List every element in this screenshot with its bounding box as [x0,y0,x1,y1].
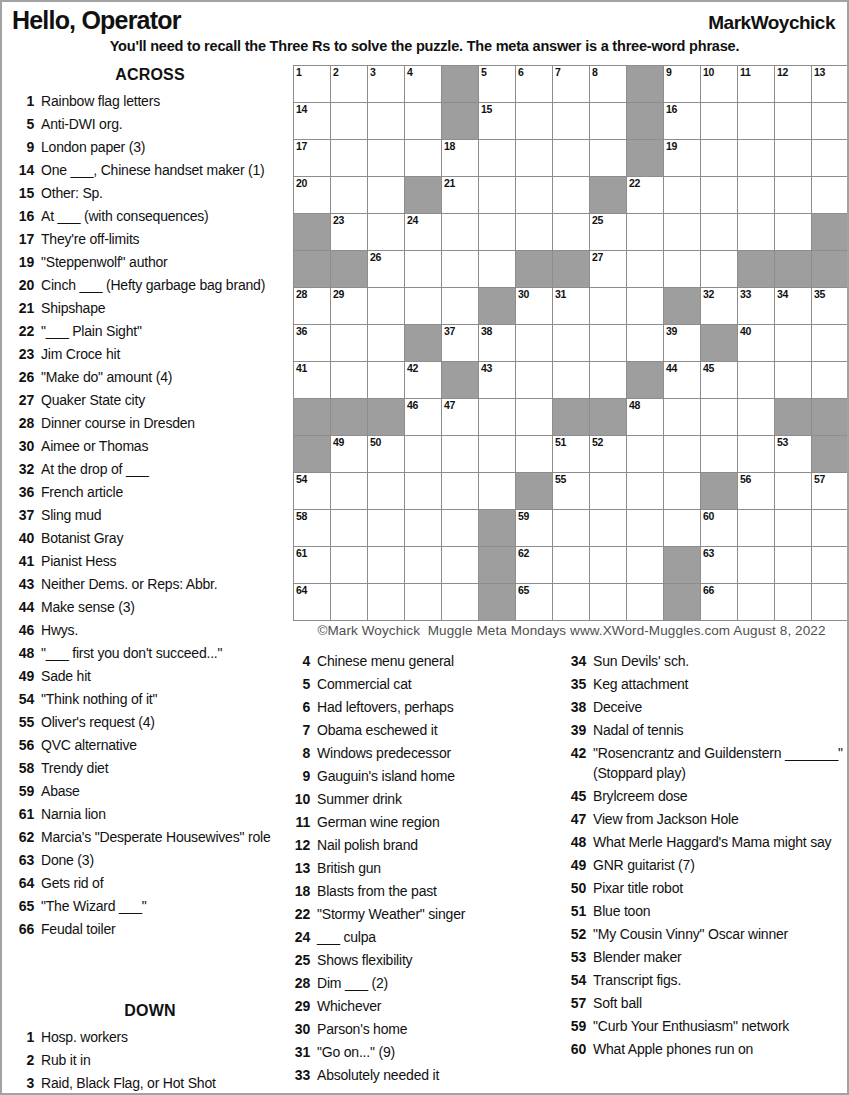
clue-text: Cinch ___ (Hefty garbage bag brand) [41,275,290,295]
cell-r9c6[interactable]: 43 [479,362,515,398]
cell-r1c7[interactable]: 6 [516,66,552,102]
clue-number: 51 [565,901,586,921]
clue-text: German wine region [317,812,564,832]
clue-across-26: 26"Make do" amount (4) [10,367,290,387]
cell-r5c9[interactable]: 25 [590,214,626,250]
cell-r10c13[interactable] [738,399,774,435]
cell-r4c14[interactable] [775,177,811,213]
cell-r12c13[interactable]: 56 [738,473,774,509]
clue-number: 52 [565,924,586,944]
cell-r12c15[interactable]: 57 [812,473,848,509]
cell-r7c12[interactable]: 32 [701,288,737,324]
cell-r2c12[interactable] [701,103,737,139]
cell-number: 19 [666,140,677,152]
cell-r3c15[interactable] [812,140,848,176]
cell-r8c13[interactable]: 40 [738,325,774,361]
cell-r8c1[interactable]: 36 [294,325,330,361]
cell-r14c8[interactable] [553,547,589,583]
cell-r15c14[interactable] [775,584,811,620]
cell-r11c2[interactable]: 49 [331,436,367,472]
cell-r2c7[interactable] [516,103,552,139]
cell-r15c4[interactable] [405,584,441,620]
down-clue-column-right: 34Sun Devils' sch.35Keg attachment38Dece… [565,651,849,1062]
clue-down-right-35: 35Keg attachment [565,674,849,694]
cell-r9c8[interactable] [553,362,589,398]
cell-r4c12[interactable] [701,177,737,213]
clue-text: At ___ (with consequences) [41,206,290,226]
cell-r15c12[interactable]: 66 [701,584,737,620]
cell-r14c4[interactable] [405,547,441,583]
cell-r1c2[interactable]: 2 [331,66,367,102]
clue-number: 22 [292,904,310,924]
cell-r5c14[interactable] [775,214,811,250]
cell-number: 28 [296,288,307,300]
clue-number: 25 [292,950,310,970]
clue-text: Nail polish brand [317,835,564,855]
cell-r1c6[interactable]: 5 [479,66,515,102]
cell-r9c13[interactable] [738,362,774,398]
clue-across-56: 56QVC alternative [10,735,290,755]
cell-r12c14[interactable] [775,473,811,509]
cell-r4c6[interactable] [479,177,515,213]
cell-number: 64 [296,584,307,596]
cell-r8c7[interactable] [516,325,552,361]
cell-number: 46 [407,399,418,411]
cell-r11c7[interactable] [516,436,552,472]
cell-r5c7[interactable] [516,214,552,250]
cell-r11c3[interactable]: 50 [368,436,404,472]
clue-text: Pianist Hess [41,551,290,571]
cell-r1c1[interactable]: 1 [294,66,330,102]
clue-down-right-45: 45Brylcreem dose [565,786,849,806]
cell-r1c14[interactable]: 12 [775,66,811,102]
cell-r8c6[interactable]: 38 [479,325,515,361]
clue-across-9: 9London paper (3) [10,137,290,157]
cell-r2c3[interactable] [368,103,404,139]
cell-r7c8[interactable]: 31 [553,288,589,324]
clue-number: 19 [10,252,34,272]
cell-number: 33 [740,288,751,300]
cell-r11c8[interactable]: 51 [553,436,589,472]
block-r10c3 [368,399,404,435]
cell-r6c3[interactable]: 26 [368,251,404,287]
cell-r4c10[interactable]: 22 [627,177,663,213]
clue-down-middle-5: 5Commercial cat [292,674,564,694]
cell-r1c4[interactable]: 4 [405,66,441,102]
cell-r3c12[interactable] [701,140,737,176]
cell-r3c13[interactable] [738,140,774,176]
cell-r14c5[interactable] [442,547,478,583]
cell-r11c6[interactable] [479,436,515,472]
cell-r7c14[interactable]: 34 [775,288,811,324]
cell-number: 57 [814,473,825,485]
cell-r4c13[interactable] [738,177,774,213]
cell-r5c10[interactable] [627,214,663,250]
clue-down-left-3: 3Raid, Black Flag, or Hot Shot [10,1073,290,1093]
cell-r3c9[interactable] [590,140,626,176]
cell-r13c9[interactable] [590,510,626,546]
cell-r7c10[interactable] [627,288,663,324]
cell-r7c9[interactable] [590,288,626,324]
clue-text: Dim ___ (2) [317,973,564,993]
cell-r15c7[interactable]: 65 [516,584,552,620]
clue-text: Blasts from the past [317,881,564,901]
clue-number: 30 [10,436,34,456]
cell-r9c4[interactable]: 42 [405,362,441,398]
cell-r9c2[interactable] [331,362,367,398]
clue-down-right-60: 60What Apple phones run on [565,1039,849,1059]
cell-r8c11[interactable]: 39 [664,325,700,361]
cell-number: 35 [814,288,825,300]
clue-text: Commercial cat [317,674,564,694]
cell-r9c12[interactable]: 45 [701,362,737,398]
cell-r1c13[interactable]: 11 [738,66,774,102]
cell-r6c6[interactable] [479,251,515,287]
cell-r9c7[interactable] [516,362,552,398]
clue-text: Nadal of tennis [593,720,849,740]
cell-r2c2[interactable] [331,103,367,139]
cell-r14c1[interactable]: 61 [294,547,330,583]
cell-number: 59 [518,510,529,522]
cell-r13c2[interactable] [331,510,367,546]
clue-text: Blue toon [593,901,849,921]
cell-r15c13[interactable] [738,584,774,620]
clue-down-middle-7: 7Obama eschewed it [292,720,564,740]
cell-r12c1[interactable]: 54 [294,473,330,509]
clue-across-55: 55Oliver's request (4) [10,712,290,732]
cell-number: 12 [777,66,788,78]
cell-r2c13[interactable] [738,103,774,139]
cell-r1c15[interactable]: 13 [812,66,848,102]
cell-r7c7[interactable]: 30 [516,288,552,324]
cell-number: 56 [740,473,751,485]
cell-number: 60 [703,510,714,522]
cell-r6c10[interactable] [627,251,663,287]
cell-r3c7[interactable] [516,140,552,176]
clue-text: "My Cousin Vinny" Oscar winner [593,924,849,944]
clue-number: 2 [10,1050,34,1070]
cell-r14c13[interactable] [738,547,774,583]
cell-r3c2[interactable] [331,140,367,176]
cell-r7c3[interactable] [368,288,404,324]
cell-r2c8[interactable] [553,103,589,139]
clue-across-32: 32At the drop of ___ [10,459,290,479]
cell-r11c10[interactable] [627,436,663,472]
cell-r13c13[interactable] [738,510,774,546]
cell-r10c11[interactable] [664,399,700,435]
cell-number: 51 [555,436,566,448]
clue-across-46: 46Hwys. [10,620,290,640]
cell-r8c10[interactable] [627,325,663,361]
cell-r2c15[interactable] [812,103,848,139]
cell-r5c11[interactable] [664,214,700,250]
cell-r7c4[interactable] [405,288,441,324]
cell-number: 30 [518,288,529,300]
cell-r8c14[interactable] [775,325,811,361]
cell-r14c15[interactable] [812,547,848,583]
cell-r7c5[interactable] [442,288,478,324]
cell-r3c5[interactable]: 18 [442,140,478,176]
clue-number: 63 [10,850,34,870]
cell-r3c6[interactable] [479,140,515,176]
cell-r10c10[interactable]: 48 [627,399,663,435]
cell-r8c3[interactable] [368,325,404,361]
cell-number: 14 [296,103,307,115]
cell-r10c4[interactable]: 46 [405,399,441,435]
cell-r11c14[interactable]: 53 [775,436,811,472]
cell-r4c15[interactable] [812,177,848,213]
clue-number: 60 [565,1039,586,1059]
cell-r2c11[interactable]: 16 [664,103,700,139]
cell-r13c8[interactable] [553,510,589,546]
author-byline: MarkWoychick [708,12,835,34]
cell-r13c14[interactable] [775,510,811,546]
clue-text: What Apple phones run on [593,1039,849,1059]
clue-text: Done (3) [41,850,290,870]
cell-r13c4[interactable] [405,510,441,546]
clue-number: 3 [10,1073,34,1093]
cell-r12c10[interactable] [627,473,663,509]
cell-r13c10[interactable] [627,510,663,546]
clue-text: Anti-DWI org. [41,114,290,134]
clue-number: 31 [292,1042,310,1062]
cell-r12c6[interactable] [479,473,515,509]
meta-instructions: You'll need to recall the Three Rs to so… [2,38,847,54]
cell-r3c14[interactable] [775,140,811,176]
clue-number: 16 [10,206,34,226]
cell-r12c3[interactable] [368,473,404,509]
cell-r12c8[interactable]: 55 [553,473,589,509]
block-r3c10 [627,140,663,176]
cell-r1c3[interactable]: 3 [368,66,404,102]
cell-r15c15[interactable] [812,584,848,620]
cell-r10c6[interactable] [479,399,515,435]
cell-r11c12[interactable] [701,436,737,472]
block-r10c2 [331,399,367,435]
clue-number: 55 [10,712,34,732]
cell-r8c15[interactable] [812,325,848,361]
cell-number: 55 [555,473,566,485]
cell-number: 65 [518,584,529,596]
clue-number: 14 [10,160,34,180]
cell-r4c11[interactable] [664,177,700,213]
cell-r14c10[interactable] [627,547,663,583]
clue-across-48: 48"___ first you don't succeed..." [10,643,290,663]
cell-r8c5[interactable]: 37 [442,325,478,361]
cell-r3c4[interactable] [405,140,441,176]
cell-r8c9[interactable] [590,325,626,361]
clue-text: Aimee or Thomas [41,436,290,456]
down-clue-list-right: 34Sun Devils' sch.35Keg attachment38Dece… [565,651,849,1059]
clue-across-16: 16At ___ (with consequences) [10,206,290,226]
clue-number: 50 [565,878,586,898]
cell-r12c5[interactable] [442,473,478,509]
block-r13c6 [479,510,515,546]
clue-across-59: 59Abase [10,781,290,801]
clue-text: Dinner course in Dresden [41,413,290,433]
cell-r11c11[interactable] [664,436,700,472]
cell-r8c2[interactable] [331,325,367,361]
cell-r5c13[interactable] [738,214,774,250]
cell-r2c1[interactable]: 14 [294,103,330,139]
cell-r5c8[interactable] [553,214,589,250]
cell-r1c12[interactable]: 10 [701,66,737,102]
clue-down-middle-22: 22"Stormy Weather" singer [292,904,564,924]
cell-r1c11[interactable]: 9 [664,66,700,102]
clue-text: "Rosencrantz and Guildenstern _______" (… [593,743,849,783]
cell-r12c4[interactable] [405,473,441,509]
cell-r3c8[interactable] [553,140,589,176]
clue-across-23: 23Jim Croce hit [10,344,290,364]
cell-r7c2[interactable]: 29 [331,288,367,324]
cell-r11c5[interactable] [442,436,478,472]
cell-r15c8[interactable] [553,584,589,620]
cell-r6c12[interactable] [701,251,737,287]
cell-r13c3[interactable] [368,510,404,546]
cell-r6c9[interactable]: 27 [590,251,626,287]
cell-r2c14[interactable] [775,103,811,139]
cell-r5c12[interactable] [701,214,737,250]
clue-number: 17 [10,229,34,249]
clue-number: 54 [565,970,586,990]
cell-r9c15[interactable] [812,362,848,398]
cell-r13c7[interactable]: 59 [516,510,552,546]
down-clue-list-middle: 4Chinese menu general5Commercial cat6Had… [292,651,564,1085]
cell-r9c9[interactable] [590,362,626,398]
cell-r15c9[interactable] [590,584,626,620]
cell-number: 62 [518,547,529,559]
cell-r5c5[interactable] [442,214,478,250]
cell-r14c14[interactable] [775,547,811,583]
cell-r6c5[interactable] [442,251,478,287]
clue-number: 30 [292,1019,310,1039]
cell-r5c6[interactable] [479,214,515,250]
cell-r15c10[interactable] [627,584,663,620]
cell-r9c11[interactable]: 44 [664,362,700,398]
cell-r10c12[interactable] [701,399,737,435]
cell-r15c5[interactable] [442,584,478,620]
clue-number: 33 [292,1065,310,1085]
cell-r7c15[interactable]: 35 [812,288,848,324]
clue-number: 37 [10,505,34,525]
cell-r9c14[interactable] [775,362,811,398]
cell-r9c1[interactable]: 41 [294,362,330,398]
clue-down-middle-13: 13British gun [292,858,564,878]
clue-text: Gauguin's island home [317,766,564,786]
clue-down-left-2: 2Rub it in [10,1050,290,1070]
cell-r14c12[interactable]: 63 [701,547,737,583]
clue-text: "Make do" amount (4) [41,367,290,387]
cell-r11c4[interactable] [405,436,441,472]
clue-text: Keg attachment [593,674,849,694]
clue-across-62: 62Marcia's "Desperate Housewives" role [10,827,290,847]
cell-number: 52 [592,436,603,448]
cell-r14c7[interactable]: 62 [516,547,552,583]
clue-text: Brylcreem dose [593,786,849,806]
cell-r5c4[interactable]: 24 [405,214,441,250]
block-r6c14 [775,251,811,287]
cell-r13c1[interactable]: 58 [294,510,330,546]
cell-r4c1[interactable]: 20 [294,177,330,213]
cell-r4c3[interactable] [368,177,404,213]
cell-r9c3[interactable] [368,362,404,398]
clue-number: 5 [292,674,310,694]
cell-r6c4[interactable] [405,251,441,287]
cell-r12c11[interactable] [664,473,700,509]
clue-across-36: 36French article [10,482,290,502]
cell-r7c13[interactable]: 33 [738,288,774,324]
clue-text: Abase [41,781,290,801]
cell-number: 4 [407,66,413,78]
cell-r4c7[interactable] [516,177,552,213]
cell-r4c2[interactable] [331,177,367,213]
clue-number: 49 [565,855,586,875]
clue-text: Raid, Black Flag, or Hot Shot [41,1073,290,1093]
cell-number: 26 [370,251,381,263]
clue-down-right-59: 59"Curb Your Enthusiasm" network [565,1016,849,1036]
cell-r14c3[interactable] [368,547,404,583]
clue-number: 38 [565,697,586,717]
cell-r15c3[interactable] [368,584,404,620]
cell-r14c2[interactable] [331,547,367,583]
cell-r5c2[interactable]: 23 [331,214,367,250]
cell-r11c9[interactable]: 52 [590,436,626,472]
clue-across-14: 14One ___, Chinese handset maker (1) [10,160,290,180]
cell-r10c7[interactable] [516,399,552,435]
cell-r2c4[interactable] [405,103,441,139]
cell-r11c13[interactable] [738,436,774,472]
cell-r1c9[interactable]: 8 [590,66,626,102]
clue-text: Chinese menu general [317,651,564,671]
cell-r13c15[interactable] [812,510,848,546]
clue-number: 9 [10,137,34,157]
cell-r15c1[interactable]: 64 [294,584,330,620]
cell-r14c9[interactable] [590,547,626,583]
cell-r12c9[interactable] [590,473,626,509]
cell-r3c1[interactable]: 17 [294,140,330,176]
cell-r4c8[interactable] [553,177,589,213]
clue-number: 22 [10,321,34,341]
clue-number: 66 [10,919,34,939]
clue-text: They're off-limits [41,229,290,249]
cell-r12c2[interactable] [331,473,367,509]
cell-r1c8[interactable]: 7 [553,66,589,102]
cell-r7c1[interactable]: 28 [294,288,330,324]
cell-r3c11[interactable]: 19 [664,140,700,176]
cell-r13c5[interactable] [442,510,478,546]
cell-r13c11[interactable] [664,510,700,546]
cell-number: 5 [481,66,487,78]
cell-number: 2 [333,66,339,78]
cell-r3c3[interactable] [368,140,404,176]
clue-number: 61 [10,804,34,824]
cell-r13c12[interactable]: 60 [701,510,737,546]
cell-r2c9[interactable] [590,103,626,139]
cell-r6c11[interactable] [664,251,700,287]
cell-r5c3[interactable] [368,214,404,250]
clue-across-1: 1Rainbow flag letters [10,91,290,111]
cell-r8c8[interactable] [553,325,589,361]
clue-across-40: 40Botanist Gray [10,528,290,548]
cell-r15c2[interactable] [331,584,367,620]
clue-text: Oliver's request (4) [41,712,290,732]
cell-r2c6[interactable]: 15 [479,103,515,139]
clue-text: Absolutely needed it [317,1065,564,1085]
block-r8c12 [701,325,737,361]
cell-r10c5[interactable]: 47 [442,399,478,435]
clue-number: 65 [10,896,34,916]
cell-r4c5[interactable]: 21 [442,177,478,213]
